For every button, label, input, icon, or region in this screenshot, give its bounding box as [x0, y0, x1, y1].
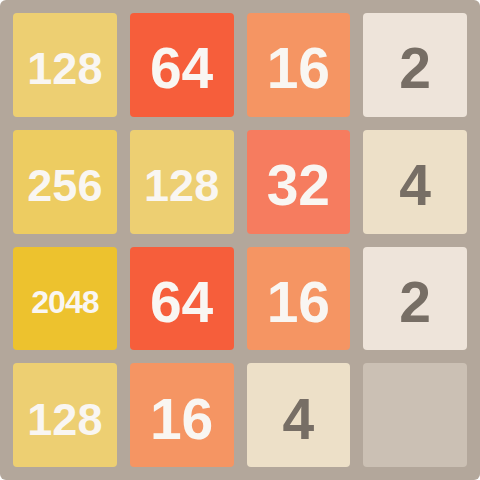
tile-2: 2 [363, 247, 467, 351]
tile-4: 4 [363, 130, 467, 234]
tile-256: 256 [13, 130, 117, 234]
tile-value: 4 [283, 391, 315, 448]
tile-16: 16 [247, 247, 351, 351]
tile-16: 16 [130, 363, 234, 467]
tile-value: 2 [399, 274, 431, 331]
tile-value: 128 [144, 163, 219, 208]
tile-value: 32 [267, 157, 330, 214]
tile-value: 4 [399, 157, 431, 214]
tile-128: 128 [130, 130, 234, 234]
tile-value: 64 [150, 274, 213, 331]
tile-4: 4 [247, 363, 351, 467]
empty-cell [363, 363, 467, 467]
tile-2: 2 [363, 13, 467, 117]
tile-128: 128 [13, 13, 117, 117]
tile-64: 64 [130, 247, 234, 351]
tile-value: 128 [27, 46, 102, 91]
tile-value: 16 [267, 274, 330, 331]
tile-value: 256 [27, 163, 102, 208]
tile-value: 16 [267, 40, 330, 97]
2048-board[interactable]: 12864162256128324204864162128164 [0, 0, 480, 480]
tile-value: 128 [27, 397, 102, 442]
tile-64: 64 [130, 13, 234, 117]
tile-32: 32 [247, 130, 351, 234]
tile-value: 64 [150, 40, 213, 97]
tile-16: 16 [247, 13, 351, 117]
tile-value: 2048 [31, 286, 98, 318]
tile-128: 128 [13, 363, 117, 467]
tile-value: 16 [150, 391, 213, 448]
tile-2048: 2048 [13, 247, 117, 351]
tile-value: 2 [399, 40, 431, 97]
